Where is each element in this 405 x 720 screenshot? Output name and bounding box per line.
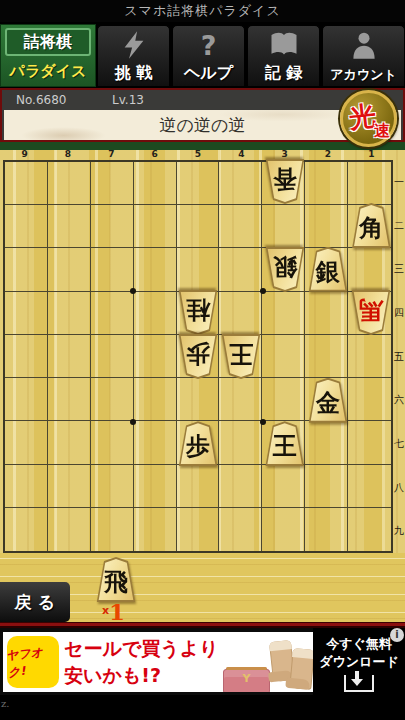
board-cell[interactable]	[305, 335, 348, 378]
board-cell[interactable]	[219, 465, 262, 508]
rank-label: 五	[393, 335, 405, 379]
board-cell[interactable]	[134, 421, 177, 464]
board-cell[interactable]	[219, 378, 262, 421]
handbag-monogram: Y	[243, 673, 251, 684]
board-cell[interactable]	[262, 508, 305, 551]
ad-headline-line2: 安いかも!?	[64, 662, 219, 689]
shogi-piece-銀-23[interactable]: 銀	[308, 247, 348, 292]
board-cell[interactable]	[134, 248, 177, 291]
board-cell[interactable]	[134, 465, 177, 508]
piece-char: 王	[273, 434, 297, 458]
shogi-piece-香-31[interactable]: 香	[265, 159, 305, 204]
rank-label: 七	[393, 422, 405, 466]
file-label: 7	[90, 149, 133, 160]
board-cell[interactable]	[219, 292, 262, 335]
question-icon: ?	[173, 29, 244, 61]
board-cell[interactable]	[91, 508, 134, 551]
board-cell[interactable]	[5, 292, 48, 335]
rank-label: 一	[393, 160, 405, 204]
help-button[interactable]: ? ヘルプ	[172, 25, 245, 87]
board-cell[interactable]	[5, 248, 48, 291]
board-cell[interactable]	[134, 335, 177, 378]
board-cell[interactable]	[305, 465, 348, 508]
board-cell[interactable]	[177, 162, 220, 205]
file-label: 5	[176, 149, 219, 160]
ad-content[interactable]: ヤフオク! セールで買うより 安いかも!? Y	[3, 632, 313, 692]
piece-char: 銀	[273, 255, 297, 279]
board-cell[interactable]	[91, 465, 134, 508]
account-button[interactable]: アカウント	[322, 25, 405, 87]
ad-cta-line2: ダウンロード	[313, 653, 405, 671]
boots-image	[269, 637, 313, 692]
board-cell[interactable]	[5, 378, 48, 421]
board-cell[interactable]	[348, 335, 391, 378]
board-cell[interactable]	[219, 421, 262, 464]
board-cell[interactable]	[177, 248, 220, 291]
file-label: 2	[306, 149, 349, 160]
board-cell[interactable]	[305, 162, 348, 205]
record-button[interactable]: 記 録	[247, 25, 320, 87]
board-cell[interactable]	[91, 162, 134, 205]
board-cell[interactable]	[219, 162, 262, 205]
rank-label: 二	[393, 204, 405, 248]
rank-label: 三	[393, 247, 405, 291]
file-labels: 987654321	[3, 149, 393, 160]
piece-char: 桂	[186, 298, 210, 322]
board-cell[interactable]	[91, 421, 134, 464]
board-cell[interactable]	[91, 335, 134, 378]
hoshi-dot	[130, 288, 136, 294]
board-cell[interactable]	[134, 508, 177, 551]
board-cell[interactable]	[91, 205, 134, 248]
ad-banner[interactable]: ヤフオク! セールで買うより 安いかも!? Y 今すぐ無料 ダウンロード i	[0, 628, 405, 695]
file-label: 9	[3, 149, 46, 160]
watermark: z.	[1, 698, 9, 709]
board-cell[interactable]	[177, 378, 220, 421]
board-cell[interactable]	[48, 508, 91, 551]
ad-download-cta[interactable]: 今すぐ無料 ダウンロード i	[313, 628, 405, 695]
record-label: 記 録	[248, 63, 319, 84]
person-icon	[323, 29, 404, 61]
board-cell[interactable]	[219, 248, 262, 291]
board-cell[interactable]	[91, 378, 134, 421]
download-icon	[344, 675, 374, 692]
app-logo-line1: 詰将棋	[5, 28, 91, 56]
board-cell[interactable]	[48, 292, 91, 335]
board-cell[interactable]	[348, 508, 391, 551]
back-button[interactable]: 戻 る	[0, 582, 70, 622]
board-cell[interactable]	[305, 292, 348, 335]
board-cell[interactable]	[348, 248, 391, 291]
shogi-piece-銀-33[interactable]: 銀	[265, 247, 305, 292]
piece-char: 王	[229, 342, 253, 366]
rank-label: 四	[393, 291, 405, 335]
shogi-piece-角-12[interactable]: 角	[351, 203, 391, 248]
piece-char: 歩	[186, 342, 210, 366]
board-cell[interactable]	[5, 465, 48, 508]
board-cell[interactable]	[219, 508, 262, 551]
board-cell[interactable]	[305, 205, 348, 248]
board-cell[interactable]	[48, 465, 91, 508]
board-cell[interactable]	[5, 421, 48, 464]
shogi-piece-歩-57[interactable]: 歩	[178, 421, 218, 466]
app-logo[interactable]: 詰将棋 パラダイス	[0, 24, 96, 87]
board-cell[interactable]	[48, 162, 91, 205]
shogi-piece-歩-55[interactable]: 歩	[178, 334, 218, 379]
ad-headline: セールで買うより 安いかも!?	[64, 635, 219, 689]
board-cell[interactable]	[134, 162, 177, 205]
board-cell[interactable]	[219, 205, 262, 248]
board-cell[interactable]	[262, 205, 305, 248]
yahoo-auction-logo: ヤフオク!	[7, 636, 59, 688]
hand-piece-count: x1	[102, 598, 125, 625]
board-cell[interactable]	[262, 378, 305, 421]
ad-info-icon[interactable]: i	[390, 628, 404, 642]
shogi-piece-金-26[interactable]: 金	[308, 378, 348, 423]
file-label: 4	[220, 149, 263, 160]
light-speed-badge[interactable]: 光 速	[340, 90, 397, 147]
file-label: 6	[133, 149, 176, 160]
board-cell[interactable]	[48, 421, 91, 464]
account-label: アカウント	[323, 66, 404, 84]
help-label: ヘルプ	[173, 63, 244, 84]
board-cell[interactable]	[48, 335, 91, 378]
ad-headline-line1: セールで買うより	[64, 635, 219, 662]
piece-char: 馬	[359, 298, 383, 322]
hand-piece-rook[interactable]: 飛	[96, 557, 136, 602]
board-cell[interactable]	[348, 378, 391, 421]
board-cell[interactable]	[262, 465, 305, 508]
piece-char: 金	[316, 391, 340, 415]
shogi-piece-桂-54[interactable]: 桂	[178, 290, 218, 335]
board-cell[interactable]	[305, 508, 348, 551]
rank-label: 八	[393, 466, 405, 510]
board-cell[interactable]	[5, 162, 48, 205]
handbag-image: Y	[223, 669, 270, 692]
challenge-button[interactable]: 挑 戦	[97, 25, 170, 87]
file-label: 1	[350, 149, 393, 160]
board-cell[interactable]	[305, 421, 348, 464]
hoshi-dot	[130, 419, 136, 425]
piece-char: 銀	[316, 260, 340, 284]
board-cell[interactable]	[91, 292, 134, 335]
board-cell[interactable]	[134, 292, 177, 335]
board-cell[interactable]	[177, 205, 220, 248]
board-cell[interactable]	[134, 378, 177, 421]
board-cell[interactable]	[5, 335, 48, 378]
status-bar-title: スマホ詰将棋パラダイス	[0, 0, 405, 22]
board-cell[interactable]	[48, 248, 91, 291]
challenge-label: 挑 戦	[98, 63, 169, 84]
badge-char-speed: 速	[374, 121, 390, 142]
board-cell[interactable]	[48, 205, 91, 248]
rank-labels: 一二三四五六七八九	[393, 160, 405, 553]
piece-char: 角	[359, 216, 383, 240]
board-cell[interactable]	[348, 162, 391, 205]
board-cell[interactable]	[177, 508, 220, 551]
shogi-piece-馬-14[interactable]: 馬	[351, 290, 391, 335]
app-logo-line2: パラダイス	[1, 56, 95, 86]
hand-piece-char: 飛	[104, 570, 128, 594]
board-cell[interactable]	[262, 335, 305, 378]
board-cell[interactable]	[5, 205, 48, 248]
puzzle-number: No.6680	[16, 90, 66, 110]
board-cell[interactable]	[348, 421, 391, 464]
board-cell[interactable]	[262, 292, 305, 335]
puzzle-level: Lv.13	[112, 90, 144, 110]
rank-label: 六	[393, 378, 405, 422]
board-cell[interactable]	[48, 378, 91, 421]
shogi-piece-王-45[interactable]: 王	[221, 334, 261, 379]
piece-char: 香	[273, 167, 297, 191]
boot-right	[289, 648, 313, 690]
piece-char: 歩	[186, 434, 210, 458]
book-icon	[248, 29, 319, 61]
board-cell[interactable]	[134, 205, 177, 248]
board-cell[interactable]	[348, 465, 391, 508]
file-label: 8	[46, 149, 89, 160]
hand-count-number: 1	[109, 598, 125, 625]
rank-label: 九	[393, 509, 405, 553]
board-cell[interactable]	[177, 465, 220, 508]
app-screen: スマホ詰将棋パラダイス 詰将棋 パラダイス 挑 戦 ? ヘルプ 記 録 アカウン	[0, 0, 405, 720]
bottom-bar: z.	[0, 695, 405, 720]
board-cell[interactable]	[91, 248, 134, 291]
lightning-icon	[98, 29, 169, 61]
shogi-piece-王-37[interactable]: 王	[265, 421, 305, 466]
board-cell[interactable]	[5, 508, 48, 551]
nav-bar: 詰将棋 パラダイス 挑 戦 ? ヘルプ 記 録 アカウント	[0, 22, 405, 88]
yahoo-auction-logo-text: ヤフオク!	[5, 642, 60, 681]
